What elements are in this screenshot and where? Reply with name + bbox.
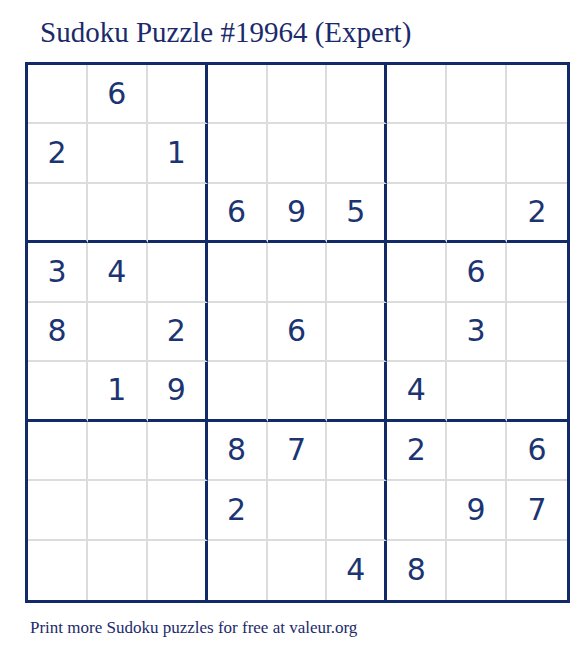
cell-r3c3[interactable] [148, 184, 208, 243]
cell-r8c1[interactable] [28, 481, 88, 540]
cell-r8c7[interactable] [387, 481, 447, 540]
cell-r8c2[interactable] [88, 481, 148, 540]
cell-r4c6[interactable] [327, 243, 387, 302]
cell-r6c1[interactable] [28, 362, 88, 421]
cell-r4c2[interactable]: 4 [88, 243, 148, 302]
cell-r3c7[interactable] [387, 184, 447, 243]
cell-r5c3[interactable]: 2 [148, 303, 208, 362]
cell-r9c3[interactable] [148, 541, 208, 600]
cell-r1c6[interactable] [327, 65, 387, 124]
footer-text: Print more Sudoku puzzles for free at va… [30, 618, 357, 638]
cell-r4c7[interactable] [387, 243, 447, 302]
cell-r2c4[interactable] [208, 124, 268, 183]
cell-r7c6[interactable] [327, 422, 387, 481]
cell-r2c5[interactable] [268, 124, 328, 183]
cell-r7c5[interactable]: 7 [268, 422, 328, 481]
cell-r7c1[interactable] [28, 422, 88, 481]
cell-r5c2[interactable] [88, 303, 148, 362]
cell-r3c1[interactable] [28, 184, 88, 243]
cell-r4c8[interactable]: 6 [447, 243, 507, 302]
cell-r6c4[interactable] [208, 362, 268, 421]
cell-r7c9[interactable]: 6 [507, 422, 567, 481]
cell-r2c8[interactable] [447, 124, 507, 183]
cell-r1c2[interactable]: 6 [88, 65, 148, 124]
cell-r6c9[interactable] [507, 362, 567, 421]
cell-r9c5[interactable] [268, 541, 328, 600]
sudoku-board: 62169523468263194872629748 [25, 62, 570, 603]
cell-r3c2[interactable] [88, 184, 148, 243]
cell-r2c2[interactable] [88, 124, 148, 183]
cell-r6c2[interactable]: 1 [88, 362, 148, 421]
cell-r5c6[interactable] [327, 303, 387, 362]
cell-r5c7[interactable] [387, 303, 447, 362]
cell-r7c8[interactable] [447, 422, 507, 481]
cell-r6c6[interactable] [327, 362, 387, 421]
cell-r9c6[interactable]: 4 [327, 541, 387, 600]
cell-r8c9[interactable]: 7 [507, 481, 567, 540]
cell-r4c9[interactable] [507, 243, 567, 302]
cell-r1c9[interactable] [507, 65, 567, 124]
cell-r6c5[interactable] [268, 362, 328, 421]
cell-r8c4[interactable]: 2 [208, 481, 268, 540]
cell-r9c7[interactable]: 8 [387, 541, 447, 600]
cell-r8c3[interactable] [148, 481, 208, 540]
cell-r5c1[interactable]: 8 [28, 303, 88, 362]
cell-r3c6[interactable]: 5 [327, 184, 387, 243]
cell-r6c8[interactable] [447, 362, 507, 421]
cell-r6c7[interactable]: 4 [387, 362, 447, 421]
page: Sudoku Puzzle #19964 (Expert) 6216952346… [0, 0, 580, 651]
cell-r9c2[interactable] [88, 541, 148, 600]
cell-r3c5[interactable]: 9 [268, 184, 328, 243]
cell-r2c1[interactable]: 2 [28, 124, 88, 183]
cell-r8c6[interactable] [327, 481, 387, 540]
cell-r1c1[interactable] [28, 65, 88, 124]
cell-r8c8[interactable]: 9 [447, 481, 507, 540]
cell-r5c4[interactable] [208, 303, 268, 362]
cell-r6c3[interactable]: 9 [148, 362, 208, 421]
cell-r4c3[interactable] [148, 243, 208, 302]
cell-r7c4[interactable]: 8 [208, 422, 268, 481]
cell-r9c9[interactable] [507, 541, 567, 600]
cell-r4c1[interactable]: 3 [28, 243, 88, 302]
cell-r7c7[interactable]: 2 [387, 422, 447, 481]
cell-r5c9[interactable] [507, 303, 567, 362]
cell-r3c8[interactable] [447, 184, 507, 243]
cell-r3c9[interactable]: 2 [507, 184, 567, 243]
cell-r1c8[interactable] [447, 65, 507, 124]
cell-r2c3[interactable]: 1 [148, 124, 208, 183]
cell-r1c5[interactable] [268, 65, 328, 124]
cell-r3c4[interactable]: 6 [208, 184, 268, 243]
cell-r1c4[interactable] [208, 65, 268, 124]
cell-r7c2[interactable] [88, 422, 148, 481]
cell-r1c7[interactable] [387, 65, 447, 124]
cell-r7c3[interactable] [148, 422, 208, 481]
cell-r4c4[interactable] [208, 243, 268, 302]
cell-r2c6[interactable] [327, 124, 387, 183]
page-title: Sudoku Puzzle #19964 (Expert) [40, 16, 411, 49]
cell-r9c1[interactable] [28, 541, 88, 600]
cell-r5c5[interactable]: 6 [268, 303, 328, 362]
cell-r2c9[interactable] [507, 124, 567, 183]
cell-r2c7[interactable] [387, 124, 447, 183]
cell-r4c5[interactable] [268, 243, 328, 302]
cell-r8c5[interactable] [268, 481, 328, 540]
cell-r5c8[interactable]: 3 [447, 303, 507, 362]
cell-r9c4[interactable] [208, 541, 268, 600]
cell-r9c8[interactable] [447, 541, 507, 600]
cell-r1c3[interactable] [148, 65, 208, 124]
